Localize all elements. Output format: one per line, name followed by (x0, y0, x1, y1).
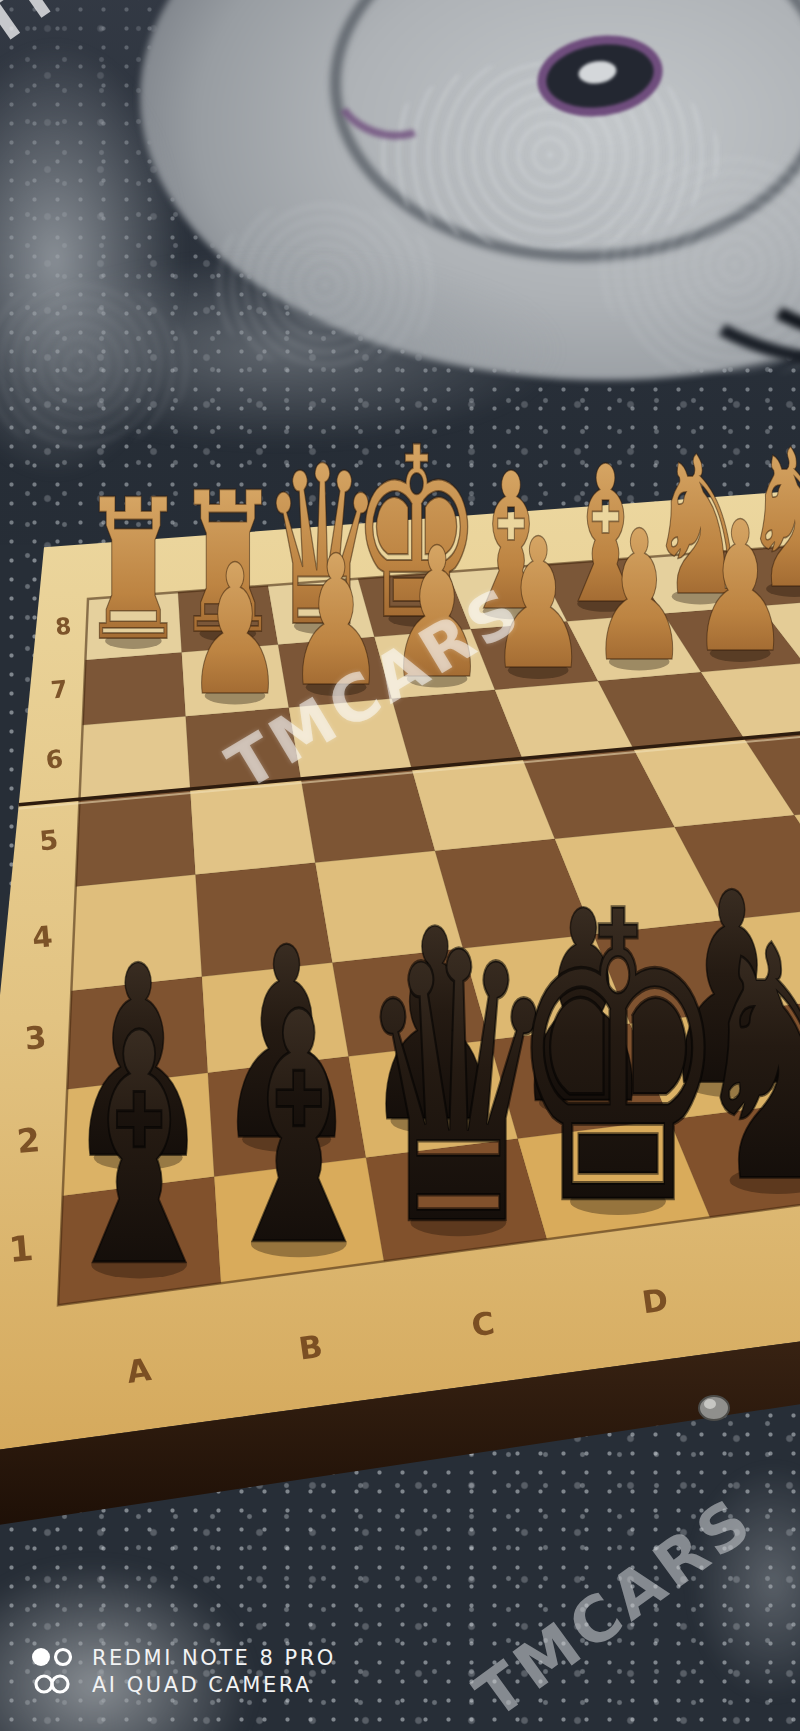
rank-label-8: 8 (54, 613, 72, 640)
camera-watermark-line2: AI QUAD CAMERA (92, 1672, 336, 1699)
piece-dark-knight-e1[interactable]: ♞ (688, 878, 800, 1253)
latch-stud-center (704, 1399, 716, 1409)
photo-stage: 87654321ABCDE♜♜♛♚♝♝♞♞♟♟♟♟♟♟♟♟♟♟♟♝♝♛♚♞ TM… (0, 0, 800, 1731)
rank-label-2: 2 (15, 1120, 41, 1161)
logo-outline-circle (56, 1650, 71, 1665)
redmi-camera-logo (30, 1646, 78, 1698)
square-a6[interactable] (80, 716, 191, 799)
piece-light-pawn-g7[interactable]: ♟ (690, 483, 790, 692)
logo-infinity-icon (36, 1676, 52, 1692)
rank-label-6: 6 (44, 744, 64, 774)
camera-watermark: REDMI NOTE 8 PRO AI QUAD CAMERA (30, 1645, 336, 1699)
piece-light-pawn-e7[interactable]: ♟ (488, 500, 588, 709)
latch-stud[interactable] (699, 1396, 729, 1420)
camera-watermark-line1: REDMI NOTE 8 PRO (92, 1645, 336, 1672)
file-label-B: B (297, 1328, 325, 1367)
rank-label-5: 5 (38, 824, 59, 857)
piece-light-pawn-f7[interactable]: ♟ (589, 492, 689, 701)
square-a5[interactable] (76, 789, 196, 886)
piece-light-pawn-d7[interactable]: ♟ (387, 509, 487, 718)
square-b5[interactable] (190, 779, 315, 875)
chess-board: 87654321ABCDE♜♜♛♚♝♝♞♞♟♟♟♟♟♟♟♟♟♟♟♝♝♛♚♞ (0, 0, 800, 1731)
piece-light-pawn-c7[interactable]: ♟ (286, 517, 386, 726)
rank-label-7: 7 (50, 675, 69, 704)
rank-label-3: 3 (23, 1019, 48, 1057)
logo-infinity-icon (52, 1676, 68, 1692)
rank-label-4: 4 (31, 919, 54, 955)
piece-dark-bishop-a1[interactable]: ♝ (51, 966, 228, 1337)
file-label-A: A (124, 1351, 153, 1390)
piece-light-rook-a8[interactable]: ♜ (79, 458, 187, 684)
logo-filled-circle (32, 1648, 50, 1666)
rank-label-1: 1 (7, 1228, 35, 1270)
piece-light-pawn-b7[interactable]: ♟ (185, 526, 285, 735)
square-c5[interactable] (301, 769, 435, 863)
